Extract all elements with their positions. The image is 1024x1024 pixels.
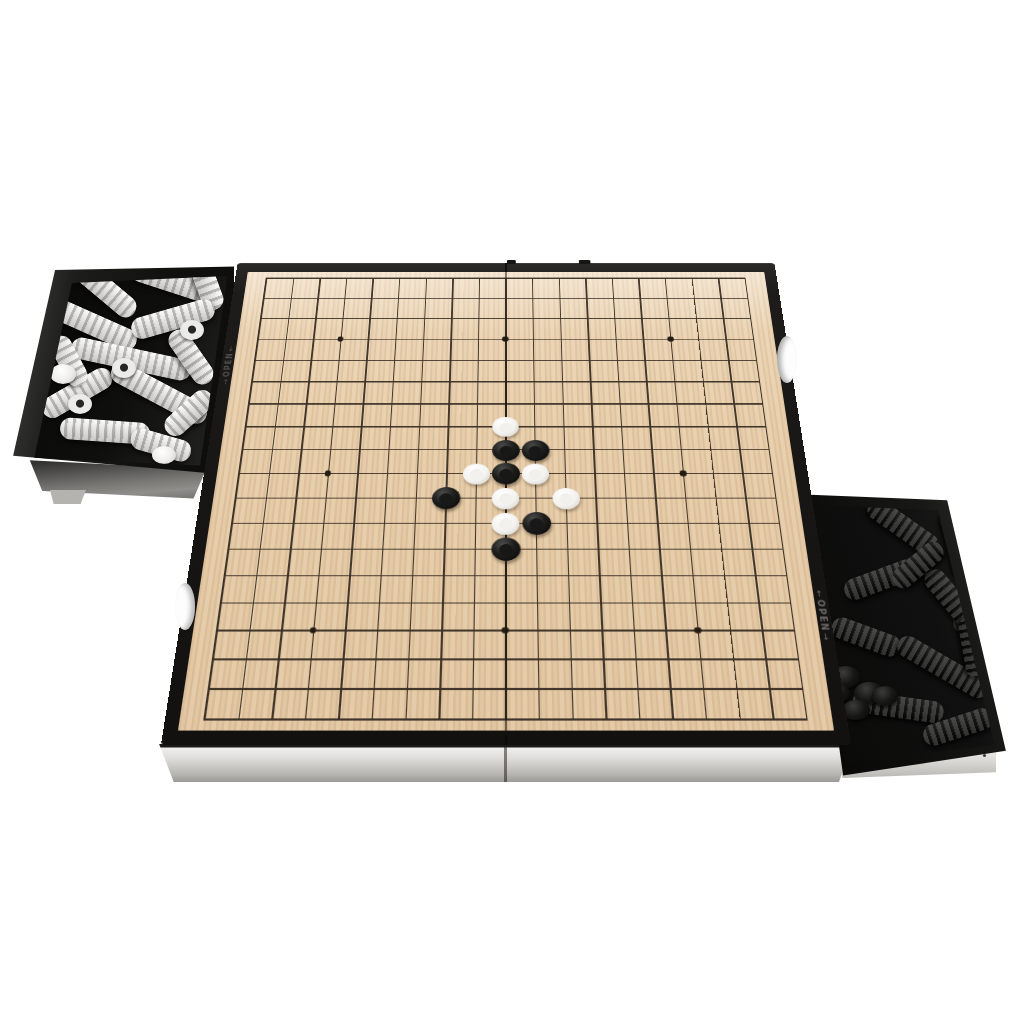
arrow-down-icon: ↓: [821, 633, 830, 642]
stone-coil: [938, 507, 978, 582]
white-stone[interactable]: ●: [463, 464, 490, 485]
white-drawer-foot: [50, 490, 86, 504]
white-stone-loose: [152, 446, 176, 464]
white-stone[interactable]: ●: [552, 488, 580, 509]
arrow-up-icon: ↑: [815, 590, 824, 598]
arrow-down-icon: ↓: [222, 378, 230, 385]
stone-stack-end: [180, 320, 204, 340]
drawer-finger-notch-left[interactable]: [175, 583, 195, 630]
stone-coil: [893, 632, 992, 702]
fold-seam-bottom: [505, 735, 507, 745]
black-stone[interactable]: ●: [492, 440, 520, 461]
stone-stack-end: [112, 358, 136, 378]
white-stone-pile: [12, 264, 234, 476]
base-center-seam: [504, 746, 507, 784]
board-grid: ●●●●●●●●●●●●: [186, 269, 826, 735]
hinge-nub: [579, 260, 591, 264]
stone-coil: [920, 565, 996, 650]
drawer-finger-notch-right[interactable]: [777, 336, 797, 383]
black-stone[interactable]: ●: [431, 487, 460, 509]
black-stone[interactable]: ●: [491, 538, 520, 561]
hinge-nub: [507, 260, 516, 264]
product-photo-go-set: ↓ OPEN ↑ ↑ OPEN ↓ ●●●●●●●●●●●●: [0, 0, 1024, 1024]
white-stone[interactable]: ●: [492, 513, 520, 535]
black-stone[interactable]: ●: [521, 440, 549, 461]
white-stone-loose: [50, 364, 76, 384]
white-stone[interactable]: ●: [522, 464, 549, 485]
black-stone-loose: [872, 686, 898, 706]
white-stone-drawer[interactable]: [12, 264, 234, 476]
board-wood-surface: ●●●●●●●●●●●●: [178, 272, 834, 731]
white-stone[interactable]: ●: [492, 488, 519, 509]
white-stone[interactable]: ●: [493, 417, 519, 437]
black-stone[interactable]: ●: [522, 512, 551, 535]
stone-stack-end: [68, 394, 92, 414]
base-screw-dot: [983, 754, 986, 757]
black-stone[interactable]: ●: [492, 463, 520, 485]
go-board: ↓ OPEN ↑ ↑ OPEN ↓ ●●●●●●●●●●●●: [161, 263, 851, 745]
board-base: [157, 744, 855, 782]
stone-coil: [828, 614, 903, 659]
arrow-up-icon: ↑: [227, 345, 235, 351]
